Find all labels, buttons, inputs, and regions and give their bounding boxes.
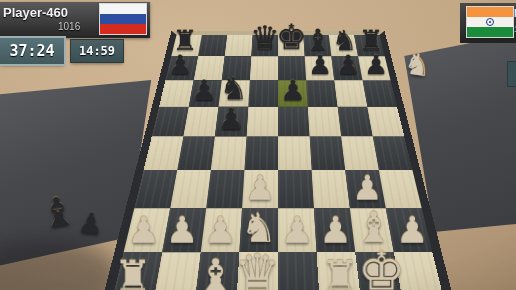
square-e3[interactable] [278,170,314,208]
white-bishop-c1[interactable]: ♝ [196,253,237,290]
square-d7[interactable] [250,56,278,80]
square-h4[interactable] [373,136,413,170]
square-a2[interactable]: ♟ [124,208,171,252]
square-e2[interactable]: ♟ [278,208,317,252]
square-b3[interactable] [170,170,211,208]
white-clock: 37:24 [0,38,64,64]
square-b5[interactable] [183,107,218,137]
square-a1[interactable]: ♜ [111,252,162,290]
white-pawn-d3[interactable]: ♟ [245,171,275,205]
player-rating: 1016 [58,21,80,32]
white-pawn-g3[interactable]: ♟ [352,171,382,205]
captured-white-knight: ♞ [402,48,433,81]
square-d4[interactable] [244,136,278,170]
russia-flag-icon [100,4,146,34]
black-clock: 14:59 [71,40,123,62]
black-king-e8[interactable]: ♚ [276,20,307,54]
white-king-g1[interactable]: ♚ [358,245,406,290]
square-d5[interactable] [246,107,278,137]
square-c8[interactable] [225,35,253,56]
square-c5[interactable]: ♟ [215,107,248,137]
black-pawn-b6[interactable]: ♟ [191,76,216,104]
white-rook-f1[interactable]: ♜ [321,255,360,290]
square-b8[interactable] [198,35,227,56]
square-g1[interactable]: ♚ [355,252,403,290]
square-f5[interactable] [308,107,341,137]
white-queen-d1[interactable]: ♛ [234,247,280,290]
black-pawn-a7[interactable]: ♟ [168,51,192,78]
square-b2[interactable]: ♟ [162,208,206,252]
game-screen: ♝ ♟ ♞ ♜♛♚♝♞♜♟♟♟♟♟♞♟♟♟♟♟♟♟♞♟♟♝♟♜♝♛♜♚ Play… [0,0,516,290]
tray-shadow [0,238,120,290]
square-a3[interactable] [134,170,177,208]
square-c1[interactable]: ♝ [195,252,240,290]
square-b1[interactable] [153,252,201,290]
black-pawn-f7[interactable]: ♟ [308,51,332,78]
white-pawn-e2[interactable]: ♟ [281,212,314,249]
black-pawn-h7[interactable]: ♟ [364,51,388,78]
white-pawn-c2[interactable]: ♟ [204,212,237,249]
square-g4[interactable] [341,136,379,170]
white-pawn-b2[interactable]: ♟ [166,212,199,249]
square-h7[interactable]: ♟ [358,56,390,80]
black-pawn-e6[interactable]: ♟ [280,76,305,104]
square-h6[interactable] [362,80,397,107]
square-g7[interactable]: ♟ [331,56,362,80]
square-e6[interactable]: ♟ [278,80,308,107]
black-knight-c6[interactable]: ♞ [220,73,248,104]
square-f3[interactable] [312,170,350,208]
square-e1[interactable] [278,252,320,290]
square-e8[interactable]: ♚ [278,35,305,56]
square-f7[interactable]: ♟ [305,56,335,80]
white-rook-a1[interactable]: ♜ [114,255,153,290]
ashoka-chakra-icon [486,18,494,26]
board-grid: ♜♛♚♝♞♜♟♟♟♟♟♞♟♟♟♟♟♟♟♞♟♟♝♟♜♝♛♜♚ [111,35,445,290]
square-e5[interactable] [278,107,310,137]
captured-black-pawn: ♟ [77,209,105,239]
black-pawn-c5[interactable]: ♟ [218,104,245,134]
white-pawn-a2[interactable]: ♟ [127,212,160,249]
square-f2[interactable]: ♟ [314,208,355,252]
square-c3[interactable] [206,170,244,208]
player-name: Player-460 [3,5,68,20]
square-h5[interactable] [367,107,404,137]
opponent-clock-clipped [508,62,516,86]
square-f4[interactable] [310,136,346,170]
india-flag-icon [467,7,513,37]
square-f1[interactable]: ♜ [317,252,362,290]
white-knight-d2[interactable]: ♞ [241,208,277,248]
square-e4[interactable] [278,136,312,170]
square-f6[interactable] [306,80,337,107]
square-d8[interactable]: ♛ [251,35,278,56]
captured-black-bishop: ♝ [37,189,79,234]
square-d1[interactable]: ♛ [236,252,278,290]
square-d3[interactable]: ♟ [242,170,278,208]
square-b4[interactable] [177,136,215,170]
white-pawn-f2[interactable]: ♟ [319,212,352,249]
square-d6[interactable] [248,80,278,107]
square-c4[interactable] [211,136,247,170]
black-pawn-g7[interactable]: ♟ [336,51,360,78]
